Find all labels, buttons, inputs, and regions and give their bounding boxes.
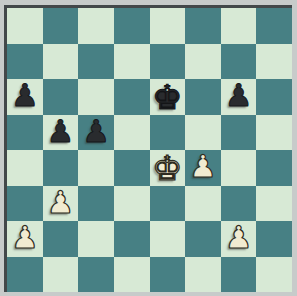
square-a4[interactable] — [7, 150, 43, 186]
white-king[interactable]: ♚ — [152, 151, 182, 185]
square-b7[interactable] — [43, 44, 79, 80]
square-h2[interactable] — [256, 221, 292, 257]
square-f7[interactable] — [185, 44, 221, 80]
square-g1[interactable] — [221, 257, 257, 293]
black-pawn[interactable]: ♟ — [225, 80, 253, 111]
white-pawn[interactable]: ♟ — [11, 222, 39, 253]
white-pawn[interactable]: ♟ — [189, 151, 217, 182]
square-d6[interactable] — [114, 79, 150, 115]
square-d8[interactable] — [114, 8, 150, 44]
square-d4[interactable] — [114, 150, 150, 186]
square-c2[interactable] — [78, 221, 114, 257]
square-f3[interactable] — [185, 186, 221, 222]
square-g4[interactable] — [221, 150, 257, 186]
square-d1[interactable] — [114, 257, 150, 293]
square-b1[interactable] — [43, 257, 79, 293]
square-f5[interactable] — [185, 115, 221, 151]
square-g5[interactable] — [221, 115, 257, 151]
square-b5[interactable]: ♟ — [43, 115, 79, 151]
square-h6[interactable] — [256, 79, 292, 115]
square-a7[interactable] — [7, 44, 43, 80]
square-b2[interactable] — [43, 221, 79, 257]
square-h8[interactable] — [256, 8, 292, 44]
square-e1[interactable] — [150, 257, 186, 293]
square-a2[interactable]: ♟ — [7, 221, 43, 257]
square-h7[interactable] — [256, 44, 292, 80]
square-g2[interactable]: ♟ — [221, 221, 257, 257]
chess-app-window: ♟♚♟♟♟♚♟♟♟♟ — [0, 0, 297, 296]
black-pawn[interactable]: ♟ — [11, 80, 39, 111]
square-b3[interactable]: ♟ — [43, 186, 79, 222]
square-e6[interactable]: ♚ — [150, 79, 186, 115]
square-d2[interactable] — [114, 221, 150, 257]
square-d5[interactable] — [114, 115, 150, 151]
square-c5[interactable]: ♟ — [78, 115, 114, 151]
square-a6[interactable]: ♟ — [7, 79, 43, 115]
square-c3[interactable] — [78, 186, 114, 222]
square-e7[interactable] — [150, 44, 186, 80]
square-e5[interactable] — [150, 115, 186, 151]
square-h3[interactable] — [256, 186, 292, 222]
black-king[interactable]: ♚ — [152, 80, 182, 114]
square-c4[interactable] — [78, 150, 114, 186]
square-a8[interactable] — [7, 8, 43, 44]
square-f8[interactable] — [185, 8, 221, 44]
square-f4[interactable]: ♟ — [185, 150, 221, 186]
square-f2[interactable] — [185, 221, 221, 257]
square-g7[interactable] — [221, 44, 257, 80]
square-c7[interactable] — [78, 44, 114, 80]
white-pawn[interactable]: ♟ — [47, 187, 75, 218]
square-h4[interactable] — [256, 150, 292, 186]
square-f6[interactable] — [185, 79, 221, 115]
square-b4[interactable] — [43, 150, 79, 186]
square-a5[interactable] — [7, 115, 43, 151]
square-d3[interactable] — [114, 186, 150, 222]
square-b8[interactable] — [43, 8, 79, 44]
square-d7[interactable] — [114, 44, 150, 80]
square-e2[interactable] — [150, 221, 186, 257]
square-b6[interactable] — [43, 79, 79, 115]
square-c1[interactable] — [78, 257, 114, 293]
chess-board: ♟♚♟♟♟♚♟♟♟♟ — [4, 5, 292, 292]
square-e3[interactable] — [150, 186, 186, 222]
black-pawn[interactable]: ♟ — [82, 116, 110, 147]
square-g8[interactable] — [221, 8, 257, 44]
square-f1[interactable] — [185, 257, 221, 293]
square-h1[interactable] — [256, 257, 292, 293]
square-e4[interactable]: ♚ — [150, 150, 186, 186]
white-pawn[interactable]: ♟ — [225, 222, 253, 253]
square-c6[interactable] — [78, 79, 114, 115]
square-g3[interactable] — [221, 186, 257, 222]
square-g6[interactable]: ♟ — [221, 79, 257, 115]
square-a3[interactable] — [7, 186, 43, 222]
square-a1[interactable] — [7, 257, 43, 293]
square-h5[interactable] — [256, 115, 292, 151]
square-c8[interactable] — [78, 8, 114, 44]
square-e8[interactable] — [150, 8, 186, 44]
black-pawn[interactable]: ♟ — [47, 116, 75, 147]
